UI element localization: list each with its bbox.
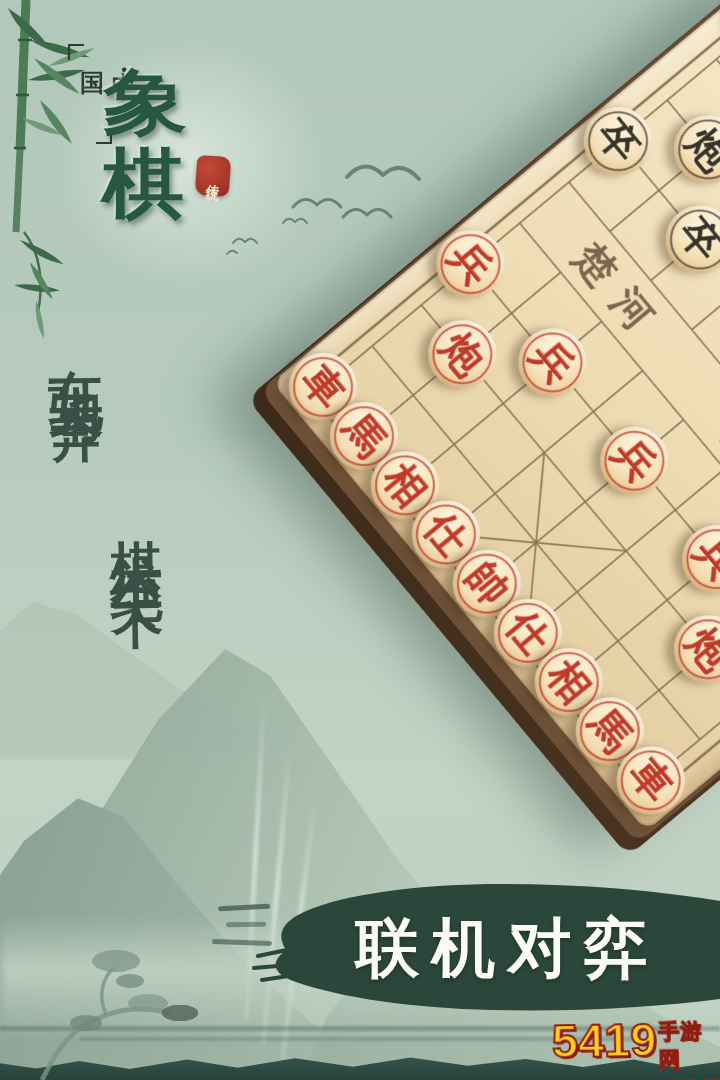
piece-glyph: 兵 — [519, 329, 587, 395]
piece-red-soldier[interactable]: 兵 — [586, 413, 682, 509]
watermark-site: 手游网 — [658, 1017, 720, 1074]
logo-country: 中・国 — [76, 52, 140, 62]
piece-black-soldier[interactable]: 卒 — [570, 93, 666, 189]
piece-glyph: 卒 — [585, 108, 653, 174]
piece-glyph: 炮 — [675, 116, 720, 182]
watermark-domain: .com.cn — [659, 1073, 720, 1080]
piece-glyph: 炮 — [429, 321, 497, 387]
piece-red-soldier[interactable]: 兵 — [668, 511, 720, 607]
pieces-layer: 車馬相仕帥仕相馬車炮炮兵兵兵兵兵車馬象士將士象馬車炮炮卒卒卒卒卒 — [272, 0, 720, 831]
banner-label[interactable]: 联机对弈 — [252, 872, 720, 1024]
piece-red-cannon[interactable]: 炮 — [660, 601, 720, 697]
site-watermark: 5419 手游网 .com.cn — [551, 1011, 720, 1080]
logo-title-char-2: 棋 — [102, 147, 185, 223]
board-surface[interactable]: 楚河漢界 車馬相仕帥仕相馬車炮炮兵兵兵兵兵車馬象士將士象馬車炮炮卒卒卒卒卒 — [272, 0, 720, 831]
piece-glyph: 炮 — [675, 616, 720, 682]
xiangqi-board[interactable]: 楚河漢界 車馬相仕帥仕相馬車炮炮兵兵兵兵兵車馬象士將士象馬車炮炮卒卒卒卒卒 — [272, 0, 720, 831]
piece-red-soldier[interactable]: 兵 — [505, 315, 601, 411]
logo-title-char-1: 象 — [103, 67, 187, 139]
poster: 中・国 象 棋 传统 车驰马奔 棋术绝天下 楚河漢界 車馬相仕帥仕相馬車炮炮兵兵… — [0, 0, 720, 1080]
watermark-number: 5419 — [551, 1012, 657, 1070]
online-play-banner[interactable]: 联机对弈 — [252, 872, 720, 1024]
piece-glyph: 兵 — [601, 427, 669, 493]
piece-black-soldier[interactable]: 卒 — [652, 192, 720, 288]
tagline-column-2: 棋术绝天下 — [99, 497, 170, 578]
piece-glyph: 卒 — [667, 206, 720, 272]
piece-black-cannon[interactable]: 炮 — [660, 102, 720, 198]
piece-glyph: 車 — [618, 747, 686, 813]
seal-icon: 传统 — [195, 155, 232, 197]
piece-glyph: 兵 — [683, 526, 720, 592]
seal-label: 传统 — [204, 173, 222, 178]
birds-icon — [225, 155, 475, 265]
piece-red-cannon[interactable]: 炮 — [414, 306, 510, 402]
